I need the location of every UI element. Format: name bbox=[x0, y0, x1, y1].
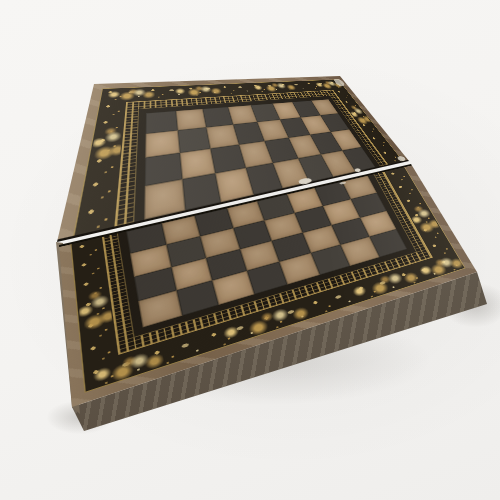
photo-background bbox=[0, 0, 500, 500]
square-b5 bbox=[182, 173, 221, 210]
square-a5 bbox=[144, 179, 185, 219]
